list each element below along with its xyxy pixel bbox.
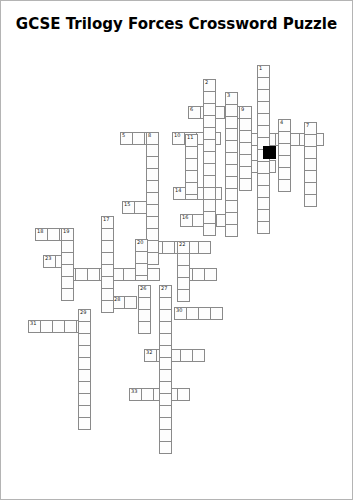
cell bbox=[177, 289, 190, 302]
puzzle-title: GCSE Trilogy Forces Crossword Puzzle bbox=[1, 15, 352, 33]
clue-number: 32 bbox=[146, 350, 152, 355]
black-cell bbox=[263, 146, 276, 159]
cell bbox=[239, 178, 252, 191]
clue-number: 31 bbox=[30, 321, 36, 326]
cell bbox=[138, 321, 151, 334]
down-word-26: 26 bbox=[138, 285, 151, 334]
clue-number: 22 bbox=[179, 242, 185, 247]
down-word-4: 4 bbox=[278, 119, 291, 192]
cell bbox=[101, 300, 114, 313]
clue-number: 27 bbox=[161, 286, 167, 291]
down-word-17: 17 bbox=[101, 216, 114, 313]
across-word-28: 28 bbox=[112, 296, 137, 309]
cell bbox=[159, 441, 172, 454]
cell bbox=[78, 417, 91, 430]
clue-number: 2 bbox=[205, 80, 208, 85]
cell bbox=[61, 288, 74, 301]
cell bbox=[225, 224, 238, 237]
clue-number: 33 bbox=[131, 389, 137, 394]
clue-number: 17 bbox=[103, 217, 109, 222]
clue-number: 18 bbox=[37, 229, 43, 234]
clue-number: 28 bbox=[114, 297, 120, 302]
down-word-2: 2 bbox=[203, 79, 216, 236]
clue-number: 16 bbox=[182, 215, 188, 220]
cell bbox=[177, 388, 190, 401]
clue-number: 29 bbox=[80, 310, 86, 315]
cell bbox=[257, 221, 270, 234]
down-word-7: 7 bbox=[304, 122, 317, 207]
clue-number: 3 bbox=[227, 93, 230, 98]
cell bbox=[135, 263, 148, 276]
across-word-30: 30 bbox=[174, 307, 223, 320]
clue-number: 9 bbox=[241, 107, 244, 112]
clue-number: 7 bbox=[306, 123, 309, 128]
cell bbox=[203, 223, 216, 236]
clue-number: 5 bbox=[122, 133, 125, 138]
crossword-page: GCSE Trilogy Forces Crossword Puzzle 561… bbox=[0, 0, 353, 500]
across-word-32: 32 bbox=[144, 349, 205, 362]
down-word-9: 9 bbox=[239, 106, 252, 191]
cell bbox=[185, 182, 198, 195]
clue-number: 19 bbox=[63, 229, 69, 234]
clue-number: 6 bbox=[190, 107, 193, 112]
down-word-11: 11 bbox=[185, 134, 198, 195]
down-word-20: 20 bbox=[135, 239, 148, 276]
cell bbox=[147, 268, 160, 281]
cell bbox=[304, 194, 317, 207]
cell bbox=[210, 307, 223, 320]
cell bbox=[192, 349, 205, 362]
down-word-22: 22 bbox=[177, 241, 190, 302]
cell bbox=[124, 296, 137, 309]
cell bbox=[198, 241, 211, 254]
down-word-29: 29 bbox=[78, 309, 91, 430]
down-word-27: 27 bbox=[159, 285, 172, 454]
clue-number: 20 bbox=[137, 240, 143, 245]
clue-number: 1 bbox=[259, 66, 262, 71]
cell bbox=[278, 179, 291, 192]
clue-number: 11 bbox=[187, 135, 193, 140]
down-word-3: 3 bbox=[225, 92, 238, 237]
down-word-19: 19 bbox=[61, 228, 74, 301]
clue-number: 15 bbox=[124, 202, 130, 207]
clue-number: 4 bbox=[280, 120, 283, 125]
clue-number: 23 bbox=[45, 256, 51, 261]
clue-number: 30 bbox=[176, 308, 182, 313]
clue-number: 10 bbox=[174, 133, 180, 138]
cell bbox=[204, 268, 217, 281]
clue-number: 14 bbox=[175, 188, 181, 193]
clue-number: 8 bbox=[148, 133, 151, 138]
clue-number: 26 bbox=[140, 286, 146, 291]
